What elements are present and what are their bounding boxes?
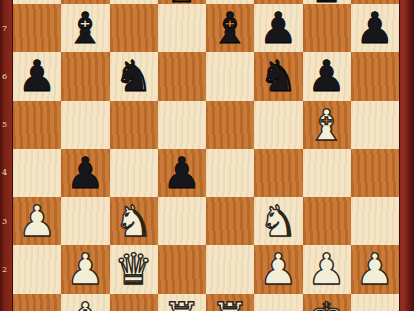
rank-label-3: 3 [2, 216, 12, 227]
black-pawn-d4[interactable]: ♟ [158, 149, 206, 197]
square-b4[interactable]: ♟ [61, 149, 109, 197]
square-f3[interactable]: ♞ [254, 197, 302, 245]
square-g6[interactable]: ♟ [303, 52, 351, 100]
square-f4[interactable] [254, 149, 302, 197]
black-pawn-f7[interactable]: ♟ [254, 4, 302, 52]
square-c1[interactable] [110, 294, 158, 311]
square-c2[interactable]: ♛ [110, 245, 158, 293]
chess-board[interactable]: ♛♚♝♝♟♟♟♞♞♟♝♟♟♟♞♞♟♛♟♟♟♝♜♜♚ [13, 0, 399, 311]
square-f2[interactable]: ♟ [254, 245, 302, 293]
square-b6[interactable] [61, 52, 109, 100]
square-b1[interactable]: ♝ [61, 294, 109, 311]
white-queen-c2[interactable]: ♛ [110, 245, 158, 293]
rank-label-4: 4 [2, 167, 12, 178]
square-b5[interactable] [61, 101, 109, 149]
black-pawn-a6[interactable]: ♟ [13, 52, 61, 100]
square-a5[interactable] [13, 101, 61, 149]
square-g1[interactable]: ♚ [303, 294, 351, 311]
square-e6[interactable] [206, 52, 254, 100]
square-f7[interactable]: ♟ [254, 4, 302, 52]
square-d4[interactable]: ♟ [158, 149, 206, 197]
square-a3[interactable]: ♟ [13, 197, 61, 245]
square-g7[interactable] [303, 4, 351, 52]
square-c4[interactable] [110, 149, 158, 197]
square-h2[interactable]: ♟ [351, 245, 399, 293]
square-a4[interactable] [13, 149, 61, 197]
square-a2[interactable] [13, 245, 61, 293]
chess-diagram: ♛♚♝♝♟♟♟♞♞♟♝♟♟♟♞♞♟♛♟♟♟♝♜♜♚ 765432 [0, 0, 414, 311]
black-pawn-h7[interactable]: ♟ [351, 4, 399, 52]
square-g2[interactable]: ♟ [303, 245, 351, 293]
black-pawn-g6[interactable]: ♟ [303, 52, 351, 100]
square-f6[interactable]: ♞ [254, 52, 302, 100]
square-g4[interactable] [303, 149, 351, 197]
black-knight-c6[interactable]: ♞ [110, 52, 158, 100]
square-b2[interactable]: ♟ [61, 245, 109, 293]
square-e3[interactable] [206, 197, 254, 245]
white-pawn-g2[interactable]: ♟ [303, 245, 351, 293]
square-g3[interactable] [303, 197, 351, 245]
square-a1[interactable] [13, 294, 61, 311]
white-bishop-g5[interactable]: ♝ [303, 101, 351, 149]
rank-label-6: 6 [2, 71, 12, 82]
square-g5[interactable]: ♝ [303, 101, 351, 149]
square-d3[interactable] [158, 197, 206, 245]
black-knight-f6[interactable]: ♞ [254, 52, 302, 100]
white-pawn-a3[interactable]: ♟ [13, 197, 61, 245]
square-c5[interactable] [110, 101, 158, 149]
square-d7[interactable] [158, 4, 206, 52]
white-pawn-f2[interactable]: ♟ [254, 245, 302, 293]
square-c6[interactable]: ♞ [110, 52, 158, 100]
white-king-g1[interactable]: ♚ [303, 294, 351, 311]
square-b3[interactable] [61, 197, 109, 245]
square-d1[interactable]: ♜ [158, 294, 206, 311]
square-c7[interactable] [110, 4, 158, 52]
square-e1[interactable]: ♜ [206, 294, 254, 311]
square-d2[interactable] [158, 245, 206, 293]
square-e7[interactable]: ♝ [206, 4, 254, 52]
square-a7[interactable] [13, 4, 61, 52]
black-bishop-e7[interactable]: ♝ [206, 4, 254, 52]
square-e5[interactable] [206, 101, 254, 149]
square-h7[interactable]: ♟ [351, 4, 399, 52]
white-pawn-b2[interactable]: ♟ [61, 245, 109, 293]
square-b7[interactable]: ♝ [61, 4, 109, 52]
square-d6[interactable] [158, 52, 206, 100]
black-bishop-b7[interactable]: ♝ [61, 4, 109, 52]
square-e4[interactable] [206, 149, 254, 197]
white-pawn-h2[interactable]: ♟ [351, 245, 399, 293]
square-f1[interactable] [254, 294, 302, 311]
square-d5[interactable] [158, 101, 206, 149]
white-knight-c3[interactable]: ♞ [110, 197, 158, 245]
square-f5[interactable] [254, 101, 302, 149]
white-rook-e1[interactable]: ♜ [206, 294, 254, 311]
square-h3[interactable] [351, 197, 399, 245]
white-bishop-b1[interactable]: ♝ [61, 294, 109, 311]
square-c3[interactable]: ♞ [110, 197, 158, 245]
black-pawn-b4[interactable]: ♟ [61, 149, 109, 197]
rank-label-7: 7 [2, 23, 12, 34]
square-a6[interactable]: ♟ [13, 52, 61, 100]
square-e2[interactable] [206, 245, 254, 293]
square-h4[interactable] [351, 149, 399, 197]
white-rook-d1[interactable]: ♜ [158, 294, 206, 311]
rank-label-5: 5 [2, 119, 12, 130]
white-knight-f3[interactable]: ♞ [254, 197, 302, 245]
square-h5[interactable] [351, 101, 399, 149]
square-h6[interactable] [351, 52, 399, 100]
rank-label-2: 2 [2, 264, 12, 275]
square-h1[interactable] [351, 294, 399, 311]
